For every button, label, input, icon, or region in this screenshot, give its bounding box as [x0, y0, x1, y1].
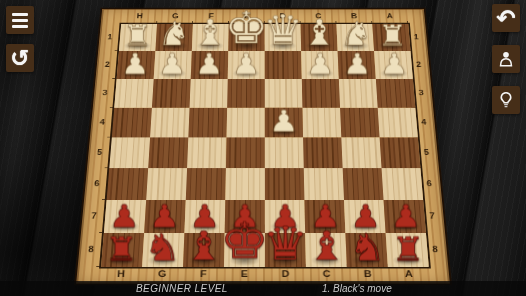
white-queen-d1: ♛ [263, 9, 303, 50]
square-d1[interactable]: ♛ [265, 24, 301, 51]
square-d4[interactable]: ♟ [265, 108, 303, 138]
white-pawn-f2: ♟ [195, 49, 223, 78]
coord-label: 2 [407, 51, 430, 79]
hamburger-icon [12, 13, 28, 28]
square-b6[interactable] [343, 168, 384, 200]
chess-board: HGFEDCBA HGFEDCBA 12345678 12345678 ♜♞♝♚… [74, 8, 452, 286]
square-g3[interactable] [152, 79, 191, 108]
white-pawn-c2: ♟ [306, 49, 334, 78]
white-pawn-h2: ♟ [121, 49, 149, 78]
rotate-board-button[interactable]: ↺ [6, 44, 34, 72]
coord-label: 6 [84, 168, 109, 200]
red-king-e8: ♚ [220, 216, 269, 266]
coord-label: 7 [81, 200, 107, 233]
red-pawn-a7: ♟ [390, 201, 421, 232]
square-d6[interactable] [265, 168, 305, 200]
square-f2[interactable]: ♟ [191, 51, 229, 79]
square-c4[interactable] [302, 108, 341, 138]
square-b4[interactable] [340, 108, 380, 138]
square-c3[interactable] [302, 79, 340, 108]
square-h4[interactable] [112, 108, 152, 138]
square-a8[interactable]: ♜ [386, 233, 429, 267]
square-e4[interactable] [227, 108, 265, 138]
square-d5[interactable] [265, 137, 304, 168]
square-d2[interactable] [265, 51, 302, 79]
person-icon [496, 49, 516, 69]
square-e8[interactable]: ♚ [224, 233, 265, 267]
red-knight-b8: ♞ [349, 229, 386, 266]
square-c8[interactable]: ♝ [305, 233, 347, 267]
board-squares: ♜♞♝♚♛♝♞♜♟♟♟♟♟♟♟♟♟♟♟♟♟♟♟♟♜♞♝♚♛♝♞♜ [101, 24, 429, 267]
white-pawn-g2: ♟ [158, 49, 186, 78]
coord-label: 1 [405, 24, 428, 51]
square-h3[interactable] [114, 79, 153, 108]
square-g8[interactable]: ♞ [142, 233, 184, 267]
square-b8[interactable]: ♞ [345, 233, 387, 267]
square-e6[interactable] [225, 168, 265, 200]
red-pawn-h7: ♟ [109, 201, 140, 232]
white-pawn-e2: ♟ [232, 49, 260, 78]
move-indicator: 1. Black's move [322, 281, 392, 296]
red-bishop-f8: ♝ [184, 226, 223, 266]
square-c5[interactable] [303, 137, 343, 168]
square-b3[interactable] [339, 79, 378, 108]
coord-label: 3 [409, 79, 433, 108]
red-knight-g8: ♞ [144, 229, 181, 266]
square-c2[interactable]: ♟ [301, 51, 339, 79]
square-d8[interactable]: ♛ [265, 233, 306, 267]
square-b2[interactable]: ♟ [338, 51, 376, 79]
square-b5[interactable] [341, 137, 381, 168]
square-g5[interactable] [148, 137, 188, 168]
hint-button[interactable] [492, 86, 520, 114]
white-pawn-b2: ♟ [343, 49, 371, 78]
square-h7[interactable]: ♟ [104, 200, 146, 233]
square-g2[interactable]: ♟ [154, 51, 192, 79]
square-e3[interactable] [227, 79, 265, 108]
rotate-ccw-icon: ↺ [10, 47, 29, 70]
square-h5[interactable] [109, 137, 150, 168]
square-f8[interactable]: ♝ [183, 233, 225, 267]
chess-app-screen: HGFEDCBA HGFEDCBA 12345678 12345678 ♜♞♝♚… [0, 0, 526, 296]
coord-label: 4 [412, 108, 436, 138]
square-f4[interactable] [188, 108, 227, 138]
square-e5[interactable] [226, 137, 265, 168]
red-rook-a8: ♜ [392, 233, 424, 266]
red-bishop-c8: ♝ [307, 226, 346, 266]
square-a6[interactable] [382, 168, 424, 200]
coord-label: A [371, 9, 408, 24]
coord-label: H [121, 9, 158, 24]
undo-button[interactable]: ↶ [492, 4, 520, 32]
coord-label: 5 [87, 137, 112, 168]
undo-arrow-icon: ↶ [496, 7, 515, 30]
square-h2[interactable]: ♟ [117, 51, 156, 79]
player-mode-button[interactable] [492, 45, 520, 73]
square-h8[interactable]: ♜ [101, 233, 144, 267]
square-f6[interactable] [186, 168, 226, 200]
red-queen-d8: ♛ [263, 220, 308, 266]
coord-label: 8 [78, 233, 104, 267]
square-a7[interactable]: ♟ [384, 200, 426, 233]
square-c6[interactable] [304, 168, 344, 200]
square-f3[interactable] [190, 79, 228, 108]
white-pawn-a2: ♟ [380, 49, 408, 78]
coord-label: 3 [93, 79, 117, 108]
square-h6[interactable] [107, 168, 149, 200]
square-g6[interactable] [146, 168, 187, 200]
square-g4[interactable] [150, 108, 189, 138]
coord-label: 2 [96, 51, 119, 79]
square-f5[interactable] [187, 137, 227, 168]
lightbulb-icon [496, 90, 516, 110]
board-frame: HGFEDCBA HGFEDCBA 12345678 12345678 ♜♞♝♚… [74, 8, 452, 286]
coord-label: 1 [98, 24, 121, 51]
red-rook-h8: ♜ [105, 233, 137, 266]
level-label: BEGINNER LEVEL [136, 281, 228, 296]
status-bar: BEGINNER LEVEL 1. Black's move [0, 281, 526, 296]
coord-label: 4 [90, 108, 114, 138]
square-e2[interactable]: ♟ [228, 51, 265, 79]
menu-button[interactable] [6, 6, 34, 34]
white-pawn-d4: ♟ [269, 107, 298, 137]
square-a5[interactable] [380, 137, 421, 168]
